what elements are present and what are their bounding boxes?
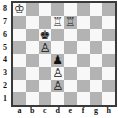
square-h1[interactable]: [102, 92, 115, 105]
square-a7[interactable]: [13, 16, 26, 29]
square-b3[interactable]: [26, 67, 39, 80]
white-rook[interactable]: ♖: [52, 16, 63, 28]
square-a5[interactable]: [13, 41, 26, 54]
square-c1[interactable]: [39, 92, 52, 105]
rank-label-2: 2: [0, 80, 10, 93]
rank-label-4: 4: [0, 54, 10, 67]
square-a4[interactable]: [13, 54, 26, 67]
square-d1[interactable]: [51, 92, 64, 105]
white-pawn[interactable]: ♙: [52, 79, 63, 91]
square-a3[interactable]: [13, 67, 26, 80]
square-f3[interactable]: [77, 67, 90, 80]
square-f7[interactable]: [77, 16, 90, 29]
white-rook[interactable]: ♖: [65, 16, 76, 28]
square-h7[interactable]: [102, 16, 115, 29]
square-e6[interactable]: [64, 29, 77, 42]
square-c2[interactable]: [39, 80, 52, 93]
square-g7[interactable]: [90, 16, 103, 29]
rank-label-3: 3: [0, 67, 10, 80]
square-d2[interactable]: ♙: [51, 80, 64, 93]
square-a1[interactable]: [13, 92, 26, 105]
square-h8[interactable]: [102, 3, 115, 16]
white-pawn[interactable]: ♙: [39, 41, 50, 53]
square-g5[interactable]: [90, 41, 103, 54]
file-label-a: a: [13, 105, 26, 117]
square-h2[interactable]: [102, 80, 115, 93]
square-c3[interactable]: [39, 67, 52, 80]
square-a6[interactable]: [13, 29, 26, 42]
white-pawn[interactable]: ♙: [52, 67, 63, 79]
square-e5[interactable]: [64, 41, 77, 54]
square-e7[interactable]: ♖: [64, 16, 77, 29]
square-f5[interactable]: [77, 41, 90, 54]
square-g8[interactable]: [90, 3, 103, 16]
square-b1[interactable]: [26, 92, 39, 105]
square-e3[interactable]: [64, 67, 77, 80]
square-d6[interactable]: [51, 29, 64, 42]
square-h5[interactable]: [102, 41, 115, 54]
square-e2[interactable]: [64, 80, 77, 93]
square-e1[interactable]: [64, 92, 77, 105]
square-b8[interactable]: [26, 3, 39, 16]
square-f2[interactable]: [77, 80, 90, 93]
square-g3[interactable]: [90, 67, 103, 80]
file-label-h: h: [102, 105, 115, 117]
square-b7[interactable]: [26, 16, 39, 29]
square-h6[interactable]: [102, 29, 115, 42]
file-labels: abcdefgh: [13, 105, 115, 117]
square-g4[interactable]: [90, 54, 103, 67]
rank-label-7: 7: [0, 16, 10, 29]
file-label-g: g: [90, 105, 103, 117]
square-b5[interactable]: [26, 41, 39, 54]
chess-diagram: 87654321 ♔♖♖♚♙♟♙♙ abcdefgh: [0, 0, 118, 118]
rank-label-8: 8: [0, 3, 10, 16]
square-g1[interactable]: [90, 92, 103, 105]
rank-label-5: 5: [0, 41, 10, 54]
square-e4[interactable]: [64, 54, 77, 67]
square-c8[interactable]: [39, 3, 52, 16]
square-c5[interactable]: ♙: [39, 41, 52, 54]
file-label-f: f: [77, 105, 90, 117]
square-h3[interactable]: [102, 67, 115, 80]
file-label-d: d: [51, 105, 64, 117]
rank-labels: 87654321: [0, 3, 10, 105]
white-king[interactable]: ♔: [14, 3, 25, 15]
file-label-e: e: [64, 105, 77, 117]
square-d7[interactable]: ♖: [51, 16, 64, 29]
square-a8[interactable]: ♔: [13, 3, 26, 16]
square-h4[interactable]: [102, 54, 115, 67]
square-g2[interactable]: [90, 80, 103, 93]
square-b4[interactable]: [26, 54, 39, 67]
black-pawn[interactable]: ♟: [52, 54, 63, 66]
file-label-b: b: [26, 105, 39, 117]
square-f4[interactable]: [77, 54, 90, 67]
file-label-c: c: [39, 105, 52, 117]
square-c4[interactable]: [39, 54, 52, 67]
square-f8[interactable]: [77, 3, 90, 16]
square-b6[interactable]: [26, 29, 39, 42]
black-king[interactable]: ♚: [39, 28, 50, 40]
rank-label-6: 6: [0, 29, 10, 42]
chess-board: ♔♖♖♚♙♟♙♙: [11, 1, 117, 107]
square-b2[interactable]: [26, 80, 39, 93]
square-f6[interactable]: [77, 29, 90, 42]
rank-label-1: 1: [0, 92, 10, 105]
square-a2[interactable]: [13, 80, 26, 93]
square-f1[interactable]: [77, 92, 90, 105]
square-g6[interactable]: [90, 29, 103, 42]
